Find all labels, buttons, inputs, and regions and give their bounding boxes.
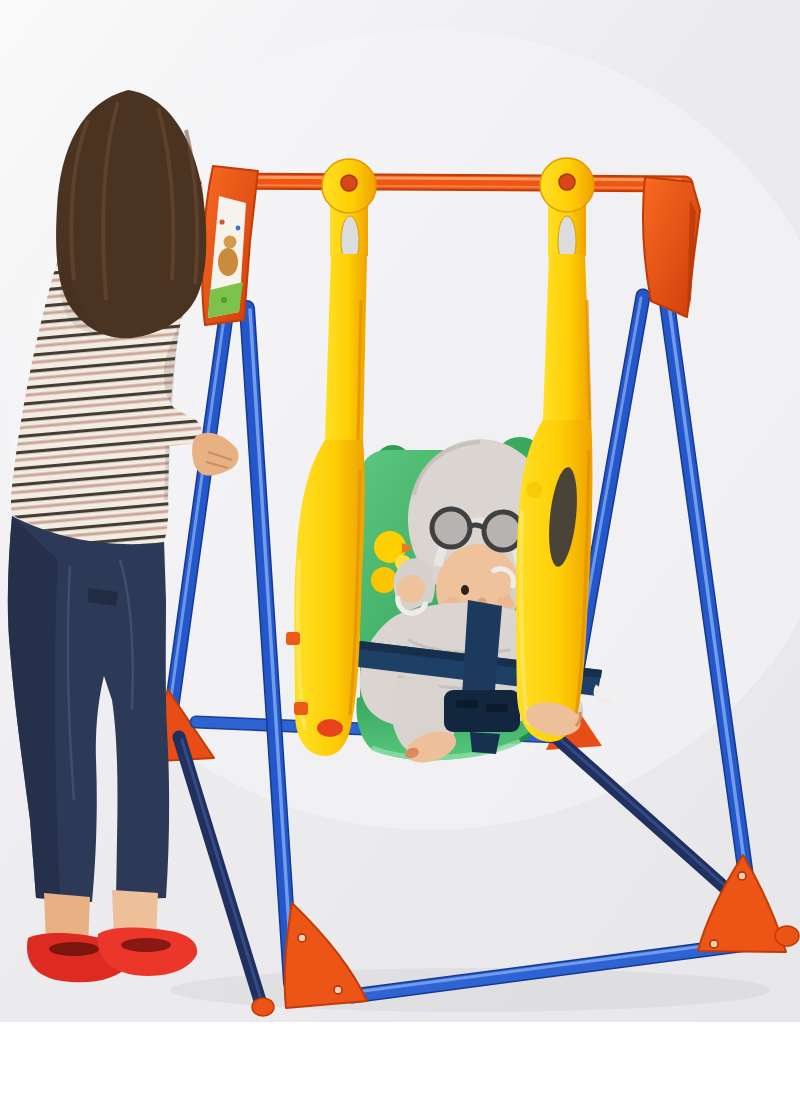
left-knob-3	[317, 719, 343, 737]
front-right-foot-screw-1	[738, 872, 746, 880]
right-hook-bar-hole	[559, 174, 575, 190]
right-paddle-dimple	[526, 482, 542, 498]
front-right-foot-screw-2	[710, 940, 718, 948]
goggle-lens-right	[484, 512, 522, 550]
shoe-left-opening	[49, 942, 99, 956]
front-left-foot-screw-2	[334, 986, 342, 994]
left-knob-1	[286, 632, 300, 645]
sticker-bush	[221, 297, 227, 303]
baby-eye-left	[461, 585, 469, 595]
top-bar	[222, 181, 685, 184]
buckle-slot-2	[486, 704, 508, 712]
floor-white-strip	[0, 1022, 800, 1096]
right-side-bar-end-cap	[775, 926, 799, 946]
shoe-right-opening	[121, 938, 171, 952]
sticker-animal-head	[224, 236, 237, 249]
goggle-lens-left	[432, 509, 470, 547]
duck-belly	[371, 567, 397, 593]
sticker-dot-red	[219, 219, 224, 224]
sticker-animal-body	[218, 248, 238, 276]
left-hook-bar-hole	[341, 175, 357, 191]
baby-hand-left	[397, 575, 425, 603]
sticker-dot-blue	[236, 226, 241, 231]
photo-canvas	[0, 0, 800, 1096]
front-left-foot-screw-1	[298, 934, 306, 942]
left-knob-2	[294, 702, 308, 715]
right-arm-strap	[543, 254, 591, 420]
harness-buckle	[444, 690, 520, 732]
product-photo: Studio product photo: a woman in a strip…	[0, 0, 800, 1096]
buckle-slot-1	[456, 700, 478, 708]
left-side-bar-end-cap	[252, 998, 274, 1016]
harness-tail	[470, 732, 500, 754]
